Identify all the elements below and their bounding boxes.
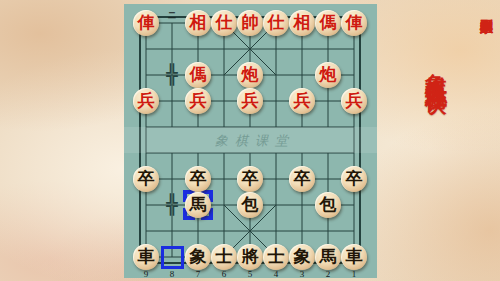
piece-character: 車 — [346, 244, 363, 270]
board-piece-卒[interactable]: 卒 — [185, 166, 211, 192]
board-watermark: 象棋课堂 — [215, 132, 295, 150]
piece-character: 車 — [138, 244, 155, 270]
file-label-bottom: 4 — [274, 269, 279, 279]
board-piece-卒[interactable]: 卒 — [237, 166, 263, 192]
piece-character: 包 — [242, 192, 259, 218]
book-title: 象棋速胜秘诀 — [421, 55, 451, 79]
xiangqi-board: 象棋课堂 一二三四五六七八九 987654321 ╬╬ 俥相仕帥仕相傌俥傌炮炮兵… — [124, 4, 377, 278]
piece-character: 兵 — [190, 88, 207, 114]
piece-character: 馬 — [190, 192, 207, 218]
board-piece-俥[interactable]: 俥 — [341, 10, 367, 36]
board-piece-炮[interactable]: 炮 — [315, 62, 341, 88]
board-piece-兵[interactable]: 兵 — [289, 88, 315, 114]
board-piece-士[interactable]: 士 — [211, 244, 237, 270]
board-piece-相[interactable]: 相 — [185, 10, 211, 36]
piece-character: 傌 — [320, 10, 337, 36]
piece-character: 士 — [268, 244, 285, 270]
book-cover: 象棋课堂 一二三四五六七八九 987654321 ╬╬ 俥相仕帥仕相傌俥傌炮炮兵… — [0, 0, 500, 281]
board-piece-馬[interactable]: 馬 — [315, 244, 341, 270]
file-label-bottom: 9 — [144, 269, 149, 279]
board-piece-相[interactable]: 相 — [289, 10, 315, 36]
piece-character: 兵 — [138, 88, 155, 114]
board-piece-將[interactable]: 將 — [237, 244, 263, 270]
file-label-bottom: 3 — [300, 269, 305, 279]
board-piece-傌[interactable]: 傌 — [315, 10, 341, 36]
board-piece-兵[interactable]: 兵 — [133, 88, 159, 114]
board-piece-車[interactable]: 車 — [341, 244, 367, 270]
board-piece-包[interactable]: 包 — [237, 192, 263, 218]
board-piece-兵[interactable]: 兵 — [185, 88, 211, 114]
file-label-bottom: 8 — [170, 269, 175, 279]
piece-character: 卒 — [346, 166, 363, 192]
board-piece-兵[interactable]: 兵 — [237, 88, 263, 114]
piece-character: 兵 — [242, 88, 259, 114]
board-piece-卒[interactable]: 卒 — [133, 166, 159, 192]
board-piece-仕[interactable]: 仕 — [263, 10, 289, 36]
file-label-bottom: 1 — [352, 269, 357, 279]
piece-character: 俥 — [138, 10, 155, 36]
piece-character: 俥 — [346, 10, 363, 36]
board-piece-炮[interactable]: 炮 — [237, 62, 263, 88]
piece-character: 象 — [294, 244, 311, 270]
file-label-bottom: 5 — [248, 269, 253, 279]
piece-character: 帥 — [242, 10, 259, 36]
piece-character: 仕 — [268, 10, 285, 36]
piece-character: 兵 — [294, 88, 311, 114]
board-piece-卒[interactable]: 卒 — [341, 166, 367, 192]
point-marker-cross: ╬ — [166, 65, 177, 84]
piece-character: 卒 — [138, 166, 155, 192]
board-piece-象[interactable]: 象 — [289, 244, 315, 270]
last-move-from-marker — [161, 246, 184, 269]
piece-character: 炮 — [242, 62, 259, 88]
file-label-bottom: 2 — [326, 269, 331, 279]
piece-character: 象 — [190, 244, 207, 270]
piece-character: 卒 — [190, 166, 207, 192]
piece-character: 相 — [190, 10, 207, 36]
board-piece-俥[interactable]: 俥 — [133, 10, 159, 36]
board-piece-帥[interactable]: 帥 — [237, 10, 263, 36]
file-label-bottom: 7 — [196, 269, 201, 279]
board-piece-象[interactable]: 象 — [185, 244, 211, 270]
board-piece-車[interactable]: 車 — [133, 244, 159, 270]
piece-character: 炮 — [320, 62, 337, 88]
piece-character: 包 — [320, 192, 337, 218]
point-marker-cross: ╬ — [166, 195, 177, 214]
piece-character: 仕 — [216, 10, 233, 36]
file-label-bottom: 6 — [222, 269, 227, 279]
board-piece-卒[interactable]: 卒 — [289, 166, 315, 192]
board-piece-包[interactable]: 包 — [315, 192, 341, 218]
piece-character: 相 — [294, 10, 311, 36]
piece-character: 士 — [216, 244, 233, 270]
board-piece-士[interactable]: 士 — [263, 244, 289, 270]
piece-character: 卒 — [242, 166, 259, 192]
piece-character: 兵 — [346, 88, 363, 114]
board-piece-傌[interactable]: 傌 — [185, 62, 211, 88]
piece-character: 卒 — [294, 166, 311, 192]
board-piece-兵[interactable]: 兵 — [341, 88, 367, 114]
board-piece-仕[interactable]: 仕 — [211, 10, 237, 36]
piece-character: 傌 — [190, 62, 207, 88]
file-label-top: 二 — [168, 11, 176, 21]
board-piece-馬[interactable]: 馬 — [185, 192, 211, 218]
piece-character: 將 — [242, 244, 259, 270]
piece-character: 馬 — [320, 244, 337, 270]
